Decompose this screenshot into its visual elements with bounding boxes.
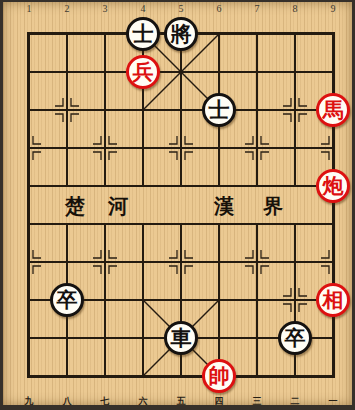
file-label-bottom-9: 一 [329, 395, 338, 408]
file-label-top-3: 3 [103, 3, 108, 14]
piece-glyph: 卒 [285, 328, 306, 349]
file-label-top-5: 5 [179, 3, 184, 14]
file-label-bottom-5: 五 [177, 395, 186, 408]
red-general[interactable]: 帥 [202, 359, 236, 393]
file-label-top-8: 8 [293, 3, 298, 14]
black-chariot[interactable]: 車 [164, 321, 198, 355]
xiangqi-board[interactable]: 123456789 楚河 漢界 士將兵士馬炮卒相車卒帥 九八七六五四三二一 [0, 0, 355, 410]
piece-glyph: 士 [133, 24, 154, 45]
file-label-bottom-1: 九 [25, 395, 34, 408]
black-advisor[interactable]: 士 [202, 93, 236, 127]
river-label-chu-he: 楚河 [65, 193, 151, 220]
file-label-top-4: 4 [141, 3, 146, 14]
piece-glyph: 車 [171, 328, 192, 349]
piece-glyph: 相 [323, 290, 344, 311]
piece-glyph: 帥 [209, 366, 230, 387]
piece-glyph: 馬 [323, 100, 344, 121]
piece-glyph: 士 [209, 100, 230, 121]
piece-glyph: 兵 [133, 62, 154, 83]
piece-glyph: 卒 [57, 290, 78, 311]
file-label-top-6: 6 [217, 3, 222, 14]
file-label-bottom-4: 六 [139, 395, 148, 408]
file-label-bottom-6: 四 [215, 395, 224, 408]
red-soldier[interactable]: 兵 [126, 55, 160, 89]
piece-glyph: 將 [171, 24, 192, 45]
file-label-bottom-2: 八 [63, 395, 72, 408]
black-general[interactable]: 將 [164, 17, 198, 51]
file-label-bottom-3: 七 [101, 395, 110, 408]
river-label-han-jie: 漢界 [214, 193, 312, 220]
grid-vertical-lines-top [30, 35, 332, 187]
file-label-bottom-8: 二 [291, 395, 300, 408]
black-advisor[interactable]: 士 [126, 17, 160, 51]
red-cannon[interactable]: 炮 [316, 169, 350, 203]
black-soldier[interactable]: 卒 [50, 283, 84, 317]
file-label-top-1: 1 [27, 3, 32, 14]
file-label-bottom-7: 三 [253, 395, 262, 408]
file-label-top-7: 7 [255, 3, 260, 14]
red-horse[interactable]: 馬 [316, 93, 350, 127]
file-label-top-2: 2 [65, 3, 70, 14]
black-soldier[interactable]: 卒 [278, 321, 312, 355]
red-elephant[interactable]: 相 [316, 283, 350, 317]
piece-glyph: 炮 [323, 176, 344, 197]
file-label-top-9: 9 [331, 3, 336, 14]
